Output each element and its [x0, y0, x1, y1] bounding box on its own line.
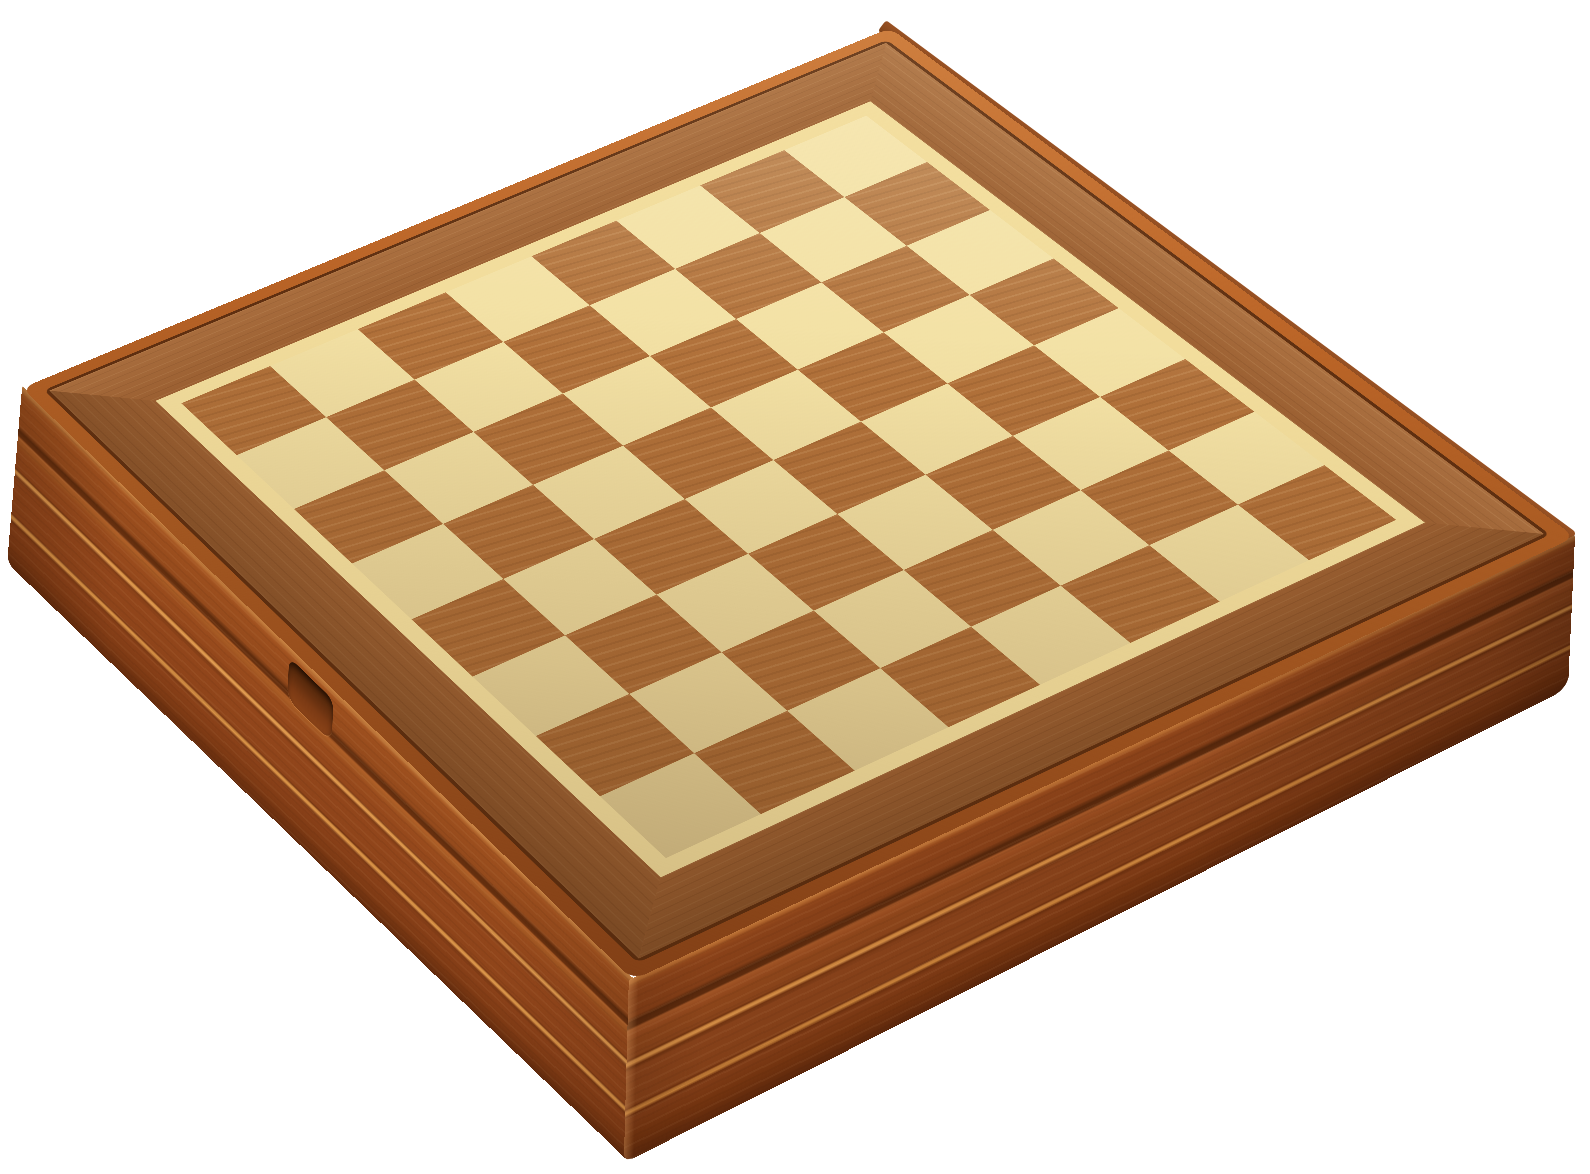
- product-photo-scene: [0, 0, 1590, 1174]
- chess-box-lid: [22, 28, 1575, 980]
